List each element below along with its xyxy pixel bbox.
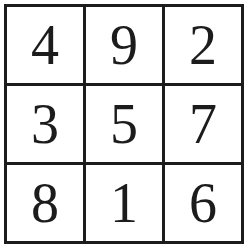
cell-r2c3: 7 bbox=[165, 86, 241, 162]
cell-r1c1: 4 bbox=[7, 7, 83, 83]
page: 4 9 2 3 5 7 8 1 6 bbox=[0, 0, 248, 248]
cell-r3c1: 8 bbox=[7, 165, 83, 241]
magic-square-board: 4 9 2 3 5 7 8 1 6 bbox=[4, 4, 244, 244]
cell-r2c2: 5 bbox=[86, 86, 162, 162]
cell-r3c2: 1 bbox=[86, 165, 162, 241]
cell-r2c1: 3 bbox=[7, 86, 83, 162]
cell-r1c2: 9 bbox=[86, 7, 162, 83]
cell-r3c3: 6 bbox=[165, 165, 241, 241]
cell-r1c3: 2 bbox=[165, 7, 241, 83]
